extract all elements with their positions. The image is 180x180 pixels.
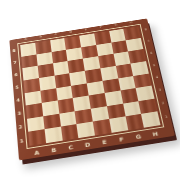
photo-background: ABCDEFGH ABCDEFGH 87654321 87654321: [0, 0, 180, 180]
board-grid: [20, 26, 160, 145]
chessboard: ABCDEFGH ABCDEFGH 87654321 87654321: [9, 18, 175, 160]
board-square: [44, 127, 62, 143]
board-square: [61, 124, 79, 140]
stringing-inlay: [17, 24, 164, 149]
board-square: [28, 130, 46, 146]
board-square: [141, 112, 160, 128]
